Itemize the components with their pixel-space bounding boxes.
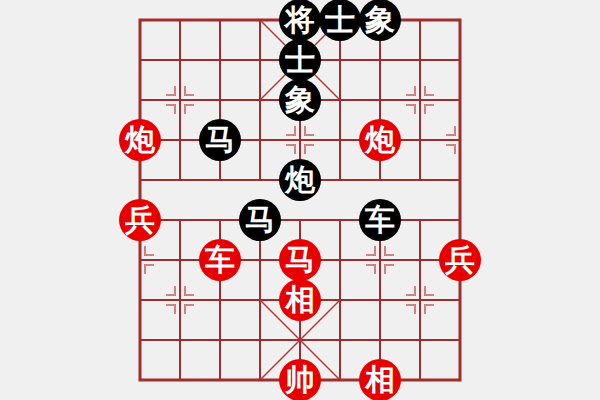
- piece-black-horse[interactable]: 马: [199, 119, 241, 161]
- piece-black-chariot[interactable]: 车: [359, 199, 401, 241]
- piece-red-soldier[interactable]: 兵: [439, 239, 481, 281]
- piece-red-cannon[interactable]: 炮: [359, 119, 401, 161]
- piece-black-advisor[interactable]: 士: [279, 39, 321, 81]
- xiangqi-diagram: 将士象士象炮马炮炮兵马车车马兵相帅相: [0, 0, 600, 400]
- piece-red-king[interactable]: 帅: [279, 359, 321, 400]
- piece-black-general[interactable]: 将: [279, 0, 321, 41]
- piece-black-advisor[interactable]: 士: [319, 0, 361, 41]
- piece-red-horse[interactable]: 马: [279, 239, 321, 281]
- piece-black-elephant[interactable]: 象: [359, 0, 401, 41]
- piece-black-horse[interactable]: 马: [239, 199, 281, 241]
- piece-red-cannon[interactable]: 炮: [119, 119, 161, 161]
- piece-red-soldier[interactable]: 兵: [119, 199, 161, 241]
- piece-red-elephant[interactable]: 相: [359, 359, 401, 400]
- piece-red-elephant[interactable]: 相: [279, 279, 321, 321]
- piece-black-elephant[interactable]: 象: [279, 79, 321, 121]
- piece-red-chariot[interactable]: 车: [199, 239, 241, 281]
- piece-black-cannon[interactable]: 炮: [279, 159, 321, 201]
